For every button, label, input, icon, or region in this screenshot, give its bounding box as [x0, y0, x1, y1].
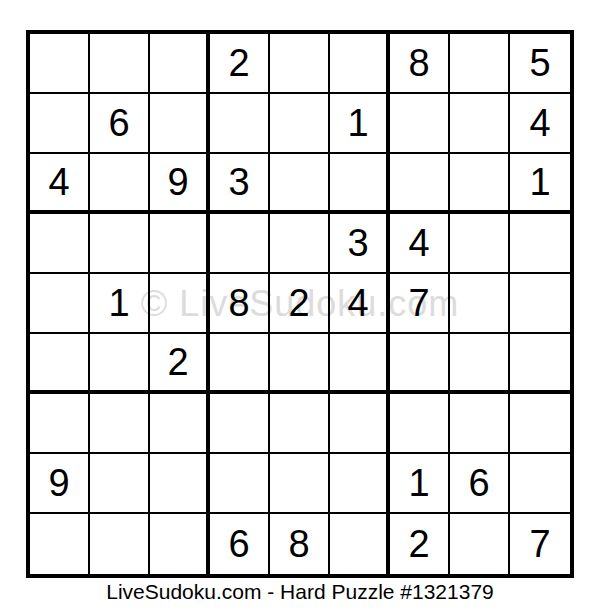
cell-r2c7[interactable]: [390, 94, 450, 154]
cell-r8c9[interactable]: [510, 454, 570, 514]
cell-r6c1[interactable]: [30, 334, 90, 394]
cell-r2c6: 1: [330, 94, 390, 154]
cell-r7c4[interactable]: [210, 394, 270, 454]
cell-r5c6: 4: [330, 274, 390, 334]
cell-r1c2[interactable]: [90, 34, 150, 94]
cell-r8c4[interactable]: [210, 454, 270, 514]
cell-r3c8[interactable]: [450, 154, 510, 214]
cell-r6c6[interactable]: [330, 334, 390, 394]
cell-r5c9[interactable]: [510, 274, 570, 334]
cell-r5c1[interactable]: [30, 274, 90, 334]
cell-r9c3[interactable]: [150, 514, 210, 574]
cell-r5c4: 8: [210, 274, 270, 334]
cell-r8c1: 9: [30, 454, 90, 514]
cell-r3c6[interactable]: [330, 154, 390, 214]
cell-r4c2[interactable]: [90, 214, 150, 274]
cell-r4c6: 3: [330, 214, 390, 274]
cell-r9c9: 7: [510, 514, 570, 574]
cell-r2c2: 6: [90, 94, 150, 154]
caption: LiveSudoku.com - Hard Puzzle #1321379: [0, 580, 600, 604]
cell-r9c5: 8: [270, 514, 330, 574]
cell-r8c3[interactable]: [150, 454, 210, 514]
cell-r4c5[interactable]: [270, 214, 330, 274]
cell-r2c8[interactable]: [450, 94, 510, 154]
cell-r9c6[interactable]: [330, 514, 390, 574]
cell-r5c2: 1: [90, 274, 150, 334]
cell-r8c8: 6: [450, 454, 510, 514]
cell-r5c5: 2: [270, 274, 330, 334]
cell-r4c9[interactable]: [510, 214, 570, 274]
cell-r6c8[interactable]: [450, 334, 510, 394]
cell-r1c4: 2: [210, 34, 270, 94]
cell-r3c3: 9: [150, 154, 210, 214]
cell-r6c3: 2: [150, 334, 210, 394]
cell-r1c9: 5: [510, 34, 570, 94]
cell-r8c6[interactable]: [330, 454, 390, 514]
cell-r2c1[interactable]: [30, 94, 90, 154]
cell-r3c7[interactable]: [390, 154, 450, 214]
cell-r6c2[interactable]: [90, 334, 150, 394]
sudoku-page: © LiveSudoku.com 28561449313418247291668…: [0, 0, 600, 615]
cell-r1c1[interactable]: [30, 34, 90, 94]
cell-r7c8[interactable]: [450, 394, 510, 454]
cell-r6c5[interactable]: [270, 334, 330, 394]
cell-r8c5[interactable]: [270, 454, 330, 514]
cell-r6c7[interactable]: [390, 334, 450, 394]
cell-r4c1[interactable]: [30, 214, 90, 274]
cell-r9c8[interactable]: [450, 514, 510, 574]
cell-r1c3[interactable]: [150, 34, 210, 94]
cell-r7c1[interactable]: [30, 394, 90, 454]
cell-r9c4: 6: [210, 514, 270, 574]
cell-r1c6[interactable]: [330, 34, 390, 94]
cell-r2c3[interactable]: [150, 94, 210, 154]
sudoku-board: © LiveSudoku.com 28561449313418247291668…: [26, 30, 574, 578]
cell-r3c4: 3: [210, 154, 270, 214]
cell-r7c5[interactable]: [270, 394, 330, 454]
cell-r8c7: 1: [390, 454, 450, 514]
cell-r2c5[interactable]: [270, 94, 330, 154]
cell-r1c7: 8: [390, 34, 450, 94]
cell-r7c2[interactable]: [90, 394, 150, 454]
cell-r3c1: 4: [30, 154, 90, 214]
cell-r9c7: 2: [390, 514, 450, 574]
cell-r6c4[interactable]: [210, 334, 270, 394]
cell-r1c5[interactable]: [270, 34, 330, 94]
cell-r7c6[interactable]: [330, 394, 390, 454]
cell-r5c7: 7: [390, 274, 450, 334]
cell-r4c7: 4: [390, 214, 450, 274]
cell-r4c8[interactable]: [450, 214, 510, 274]
cell-r9c2[interactable]: [90, 514, 150, 574]
cell-r3c9: 1: [510, 154, 570, 214]
cell-r1c8[interactable]: [450, 34, 510, 94]
cell-r9c1[interactable]: [30, 514, 90, 574]
cell-r6c9[interactable]: [510, 334, 570, 394]
cell-r4c3[interactable]: [150, 214, 210, 274]
cell-r2c4[interactable]: [210, 94, 270, 154]
cell-r3c2[interactable]: [90, 154, 150, 214]
cell-r5c8[interactable]: [450, 274, 510, 334]
cell-r2c9: 4: [510, 94, 570, 154]
cell-r7c3[interactable]: [150, 394, 210, 454]
cell-r7c7[interactable]: [390, 394, 450, 454]
cell-r3c5[interactable]: [270, 154, 330, 214]
cell-r7c9[interactable]: [510, 394, 570, 454]
cell-r8c2[interactable]: [90, 454, 150, 514]
cell-r4c4[interactable]: [210, 214, 270, 274]
cell-r5c3[interactable]: [150, 274, 210, 334]
